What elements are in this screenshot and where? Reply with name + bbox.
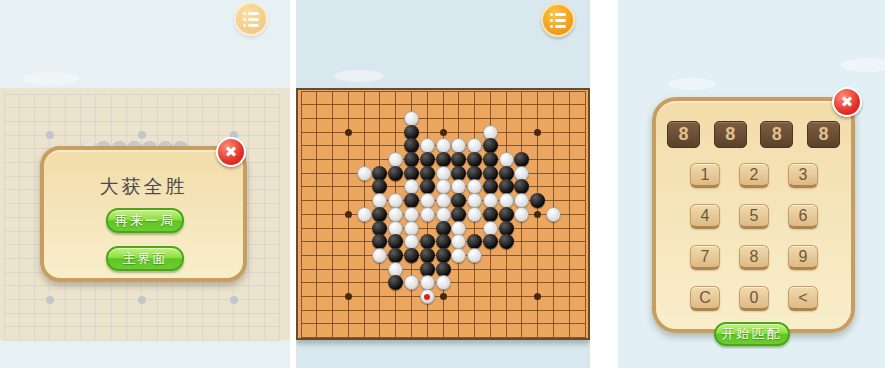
star-point	[534, 211, 541, 218]
black-stone	[451, 152, 466, 167]
white-stone	[372, 248, 387, 263]
star-point	[440, 129, 447, 136]
white-stone	[404, 207, 419, 222]
cloud	[334, 70, 384, 82]
close-icon[interactable]: ✖	[216, 137, 246, 167]
panel-game-over: 大获全胜 再来一局 主界面 ✖	[0, 0, 290, 368]
play-again-button[interactable]: 再来一局	[106, 208, 184, 233]
white-stone	[467, 248, 482, 263]
white-stone	[357, 207, 372, 222]
white-stone	[388, 193, 403, 208]
white-stone	[388, 152, 403, 167]
key-0[interactable]: 0	[739, 286, 769, 311]
black-stone	[467, 152, 482, 167]
black-stone	[388, 248, 403, 263]
main-menu-button[interactable]: 主界面	[106, 246, 184, 271]
numpad-dialog: 8888 123456789C0<	[652, 97, 855, 333]
room-code-display: 8888	[656, 121, 851, 148]
game-over-dialog: 大获全胜 再来一局 主界面	[40, 146, 247, 282]
black-stone	[483, 234, 498, 249]
white-stone	[436, 193, 451, 208]
black-stone	[436, 152, 451, 167]
white-stone	[420, 289, 435, 304]
room-code-digit: 8	[714, 121, 747, 148]
black-stone	[388, 275, 403, 290]
white-stone	[467, 193, 482, 208]
white-stone	[372, 193, 387, 208]
key-4[interactable]: 4	[690, 204, 720, 229]
black-stone	[451, 193, 466, 208]
black-stone	[436, 234, 451, 249]
key-3[interactable]: 3	[788, 163, 818, 188]
black-stone	[404, 152, 419, 167]
key-2[interactable]: 2	[739, 163, 769, 188]
black-stone	[388, 234, 403, 249]
key-7[interactable]: 7	[690, 245, 720, 270]
room-code-digit: 8	[807, 121, 840, 148]
star-point	[345, 293, 352, 300]
white-stone	[420, 193, 435, 208]
key-1[interactable]: 1	[690, 163, 720, 188]
key-6[interactable]: 6	[788, 204, 818, 229]
white-stone	[420, 207, 435, 222]
key-C[interactable]: C	[690, 286, 720, 311]
star-point	[345, 211, 352, 218]
white-stone	[499, 193, 514, 208]
gomoku-board[interactable]	[296, 88, 590, 340]
black-stone	[483, 152, 498, 167]
app-stage: 大获全胜 再来一局 主界面 ✖ 8888 123456789C0< 开始匹配 ✖	[0, 0, 885, 368]
black-stone	[420, 152, 435, 167]
cloud	[840, 58, 885, 72]
white-stone	[514, 207, 529, 222]
black-stone	[372, 234, 387, 249]
white-stone	[451, 248, 466, 263]
white-stone	[467, 207, 482, 222]
white-stone	[451, 234, 466, 249]
key-9[interactable]: 9	[788, 245, 818, 270]
white-stone	[436, 207, 451, 222]
star-point	[534, 129, 541, 136]
white-stone	[546, 207, 561, 222]
black-stone	[467, 234, 482, 249]
close-icon[interactable]: ✖	[832, 87, 862, 117]
black-stone	[483, 207, 498, 222]
black-stone	[388, 166, 403, 181]
black-stone	[451, 207, 466, 222]
black-stone	[530, 193, 545, 208]
last-move-marker	[424, 294, 430, 300]
dialog-title: 大获全胜	[44, 174, 243, 200]
cloud	[668, 78, 716, 90]
menu-icon[interactable]	[541, 3, 575, 37]
black-stone	[372, 207, 387, 222]
key-5[interactable]: 5	[739, 204, 769, 229]
black-stone	[420, 248, 435, 263]
panel-game-board	[296, 0, 590, 368]
white-stone	[404, 234, 419, 249]
white-stone	[357, 166, 372, 181]
start-match-button[interactable]: 开始匹配	[714, 322, 790, 346]
black-stone	[436, 248, 451, 263]
white-stone	[404, 111, 419, 126]
panel-room-match: 8888 123456789C0< 开始匹配 ✖	[618, 0, 885, 368]
room-code-digit: 8	[760, 121, 793, 148]
white-stone	[483, 193, 498, 208]
black-stone	[499, 234, 514, 249]
white-stone	[514, 193, 529, 208]
room-code-digit: 8	[667, 121, 700, 148]
white-stone	[404, 275, 419, 290]
white-stone	[388, 207, 403, 222]
black-stone	[404, 248, 419, 263]
key-<[interactable]: <	[788, 286, 818, 311]
white-stone	[499, 152, 514, 167]
star-point	[440, 293, 447, 300]
black-stone	[420, 234, 435, 249]
white-stone	[436, 275, 451, 290]
key-8[interactable]: 8	[739, 245, 769, 270]
black-stone	[514, 152, 529, 167]
numpad-keys: 123456789C0<	[690, 163, 818, 311]
star-point	[345, 129, 352, 136]
star-point	[534, 293, 541, 300]
black-stone	[404, 193, 419, 208]
black-stone	[499, 207, 514, 222]
